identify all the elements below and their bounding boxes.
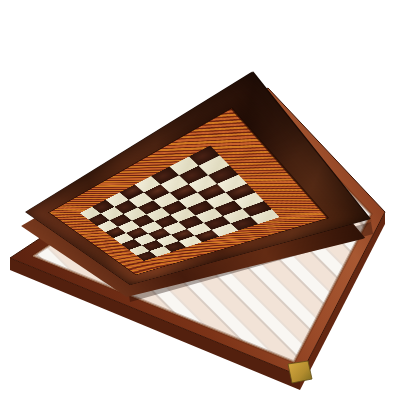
box-foot [288, 361, 312, 383]
chessboard-product-photo [0, 0, 400, 400]
board-grid [80, 146, 280, 261]
